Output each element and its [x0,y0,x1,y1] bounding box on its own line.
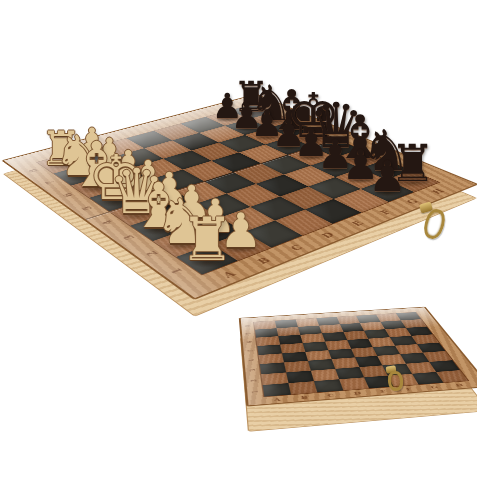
brass-clasp-icon [386,366,403,391]
chess-set-photo: 87654321ABCDEFGH 87654321ABCDEFGH ♜♞♝♛♚♝… [0,0,477,477]
file-label: D [343,389,372,398]
brass-clasp-icon [420,203,444,239]
folded-chess-box: 87654321ABCDEFGH [243,241,458,456]
file-label: H [445,381,475,389]
file-label: B [290,393,319,402]
file-label: A [263,395,291,404]
file-label: C [317,391,346,400]
clasp-ring [387,370,404,391]
